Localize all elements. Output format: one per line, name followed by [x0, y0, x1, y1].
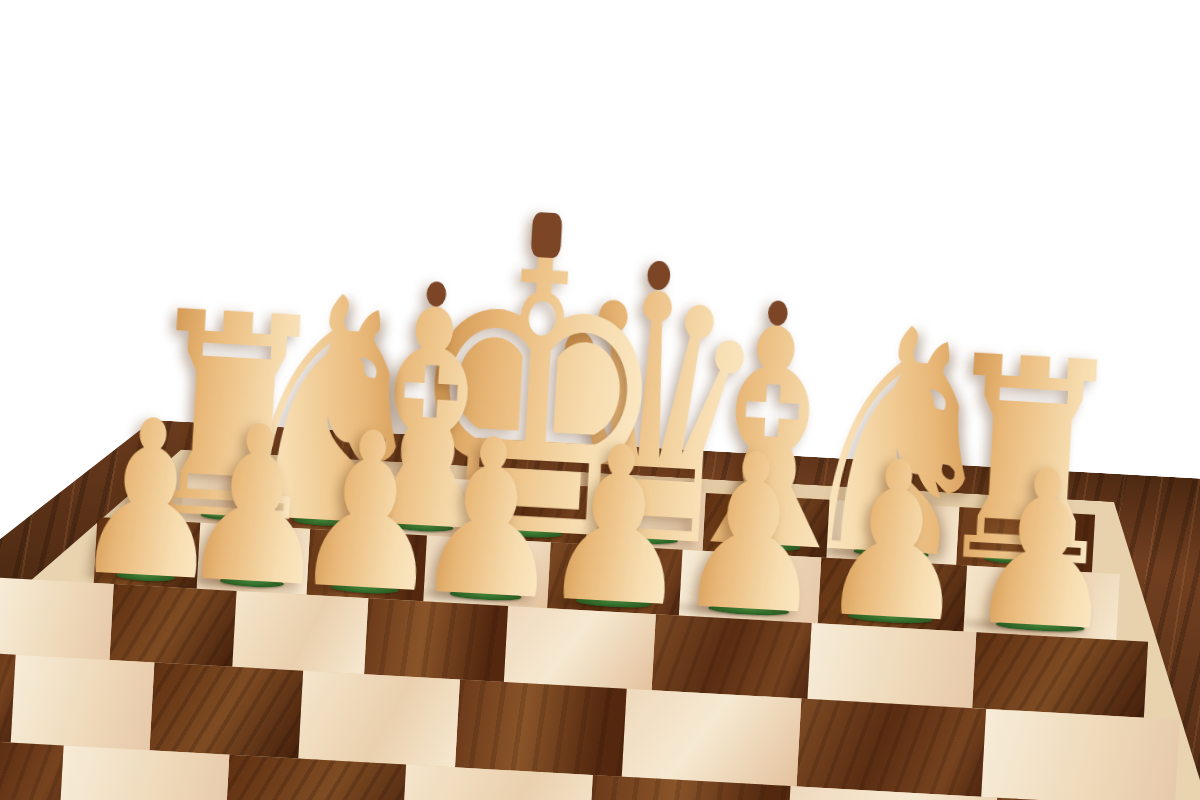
- square-h2: ♟: [94, 517, 200, 589]
- square-d4: [455, 679, 626, 776]
- square-g5: [0, 737, 63, 800]
- square-a2: ♟: [963, 566, 1120, 640]
- square-f3: [233, 591, 369, 674]
- square-a3: [972, 632, 1148, 718]
- chess-board: ♜♞♝♚♛♝♞♜♟♟♟♟♟♟♟♟: [27, 0, 1200, 49]
- square-f5: [58, 745, 230, 800]
- square-a4: [981, 709, 1179, 800]
- square-c3: [652, 614, 812, 699]
- piece-white-pawn: ♟: [814, 431, 977, 655]
- square-e3: [364, 598, 508, 682]
- square-g3: [109, 584, 237, 667]
- piece-white-pawn: ♟: [68, 389, 231, 613]
- square-e4: [298, 671, 460, 768]
- square-b2: ♟: [817, 557, 966, 631]
- square-h3: [0, 578, 113, 660]
- square-c2: ♟: [679, 550, 821, 624]
- piece-white-pawn: ♟: [963, 439, 1126, 663]
- square-d2: ♟: [547, 542, 682, 615]
- chess-set-photo: ♜♞♝♚♛♝♞♜♟♟♟♟♟♟♟♟: [0, 0, 1200, 800]
- square-f4: [150, 662, 303, 758]
- square-g4: [11, 655, 155, 751]
- square-b3: [808, 623, 976, 708]
- square-b4: [797, 699, 986, 797]
- square-d3: [504, 606, 656, 690]
- square-c4: [621, 689, 801, 787]
- board-tilt: ♜♞♝♚♛♝♞♜♟♟♟♟♟♟♟♟: [0, 0, 1200, 800]
